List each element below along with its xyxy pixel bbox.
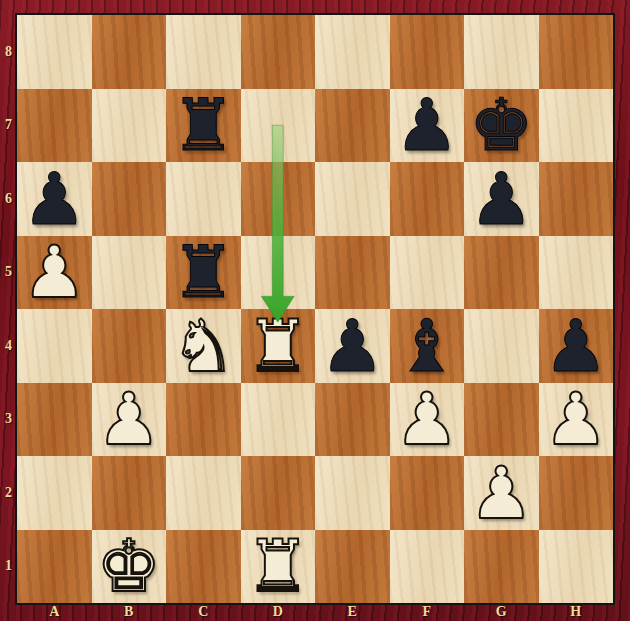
square-d3[interactable] [241, 383, 316, 457]
file-label-d: D [241, 603, 316, 621]
square-d6[interactable] [241, 162, 316, 236]
square-d5[interactable] [241, 236, 316, 310]
square-c6[interactable] [166, 162, 241, 236]
square-e6[interactable] [315, 162, 390, 236]
piece-black-pawn: ♟ [315, 309, 390, 383]
square-e2[interactable] [315, 456, 390, 530]
square-d7[interactable] [241, 89, 316, 163]
piece-black-king: ♚ [464, 89, 539, 163]
square-h2[interactable] [539, 456, 614, 530]
rank-label-3: 3 [0, 383, 17, 457]
piece-white-pawn: ♟ [92, 383, 167, 457]
piece-black-pawn: ♟ [539, 309, 614, 383]
piece-white-knight: ♞ [166, 309, 241, 383]
piece-black-bishop: ♝ [390, 309, 465, 383]
square-g2[interactable]: ♟ [464, 456, 539, 530]
square-a4[interactable] [17, 309, 92, 383]
piece-white-king: ♚ [92, 530, 167, 604]
square-b2[interactable] [92, 456, 167, 530]
square-c2[interactable] [166, 456, 241, 530]
square-h6[interactable] [539, 162, 614, 236]
square-g8[interactable] [464, 15, 539, 89]
file-label-g: G [464, 603, 539, 621]
square-d2[interactable] [241, 456, 316, 530]
square-a8[interactable] [17, 15, 92, 89]
square-h5[interactable] [539, 236, 614, 310]
square-e4[interactable]: ♟ [315, 309, 390, 383]
square-a3[interactable] [17, 383, 92, 457]
piece-white-pawn: ♟ [17, 236, 92, 310]
square-b8[interactable] [92, 15, 167, 89]
square-c1[interactable] [166, 530, 241, 604]
square-g4[interactable] [464, 309, 539, 383]
square-a2[interactable] [17, 456, 92, 530]
file-label-c: C [166, 603, 241, 621]
square-f1[interactable] [390, 530, 465, 604]
square-f5[interactable] [390, 236, 465, 310]
square-f7[interactable]: ♟ [390, 89, 465, 163]
piece-black-rook: ♜ [166, 89, 241, 163]
square-e7[interactable] [315, 89, 390, 163]
rank-label-2: 2 [0, 456, 17, 530]
square-d4[interactable]: ♜ [241, 309, 316, 383]
square-c3[interactable] [166, 383, 241, 457]
file-label-f: F [390, 603, 465, 621]
piece-white-rook: ♜ [241, 309, 316, 383]
square-a6[interactable]: ♟ [17, 162, 92, 236]
square-c5[interactable]: ♜ [166, 236, 241, 310]
file-label-b: B [92, 603, 167, 621]
piece-white-pawn: ♟ [539, 383, 614, 457]
file-label-e: E [315, 603, 390, 621]
square-f2[interactable] [390, 456, 465, 530]
rank-label-7: 7 [0, 89, 17, 163]
square-c4[interactable]: ♞ [166, 309, 241, 383]
square-g7[interactable]: ♚ [464, 89, 539, 163]
piece-white-pawn: ♟ [464, 456, 539, 530]
square-h8[interactable] [539, 15, 614, 89]
chess-board: ♜♟♚♟♟♟♜♞♜♟♝♟♟♟♟♟♚♜ [17, 15, 613, 603]
square-b3[interactable]: ♟ [92, 383, 167, 457]
square-e3[interactable] [315, 383, 390, 457]
square-h3[interactable]: ♟ [539, 383, 614, 457]
square-h7[interactable] [539, 89, 614, 163]
piece-black-pawn: ♟ [464, 162, 539, 236]
square-a7[interactable] [17, 89, 92, 163]
square-b4[interactable] [92, 309, 167, 383]
square-e8[interactable] [315, 15, 390, 89]
square-g3[interactable] [464, 383, 539, 457]
chess-diagram: ♜♟♚♟♟♟♜♞♜♟♝♟♟♟♟♟♚♜ 87654321ABCDEFGH [0, 0, 630, 621]
square-b1[interactable]: ♚ [92, 530, 167, 604]
square-g6[interactable]: ♟ [464, 162, 539, 236]
square-c7[interactable]: ♜ [166, 89, 241, 163]
piece-white-rook: ♜ [241, 530, 316, 604]
rank-label-4: 4 [0, 309, 17, 383]
square-b6[interactable] [92, 162, 167, 236]
square-g1[interactable] [464, 530, 539, 604]
square-b7[interactable] [92, 89, 167, 163]
rank-label-6: 6 [0, 162, 17, 236]
rank-label-5: 5 [0, 236, 17, 310]
square-f8[interactable] [390, 15, 465, 89]
rank-label-8: 8 [0, 15, 17, 89]
square-d8[interactable] [241, 15, 316, 89]
rank-label-1: 1 [0, 530, 17, 604]
square-e1[interactable] [315, 530, 390, 604]
square-f4[interactable]: ♝ [390, 309, 465, 383]
file-label-h: H [539, 603, 614, 621]
square-b5[interactable] [92, 236, 167, 310]
square-f3[interactable]: ♟ [390, 383, 465, 457]
piece-black-rook: ♜ [166, 236, 241, 310]
square-d1[interactable]: ♜ [241, 530, 316, 604]
file-label-a: A [17, 603, 92, 621]
square-f6[interactable] [390, 162, 465, 236]
piece-black-pawn: ♟ [390, 89, 465, 163]
square-g5[interactable] [464, 236, 539, 310]
square-h4[interactable]: ♟ [539, 309, 614, 383]
square-a1[interactable] [17, 530, 92, 604]
square-e5[interactable] [315, 236, 390, 310]
piece-black-pawn: ♟ [17, 162, 92, 236]
piece-white-pawn: ♟ [390, 383, 465, 457]
square-a5[interactable]: ♟ [17, 236, 92, 310]
square-h1[interactable] [539, 530, 614, 604]
square-c8[interactable] [166, 15, 241, 89]
